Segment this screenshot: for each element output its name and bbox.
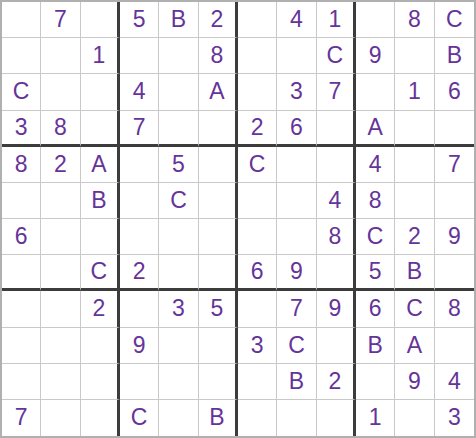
cell-r12c6[interactable]: B xyxy=(199,400,238,436)
cell-r9c1[interactable] xyxy=(2,291,41,327)
cell-r6c3[interactable]: B xyxy=(81,183,120,219)
cell-r3c8[interactable]: 3 xyxy=(277,74,316,110)
cell-r2c10[interactable]: 9 xyxy=(356,38,395,74)
cell-r6c1[interactable] xyxy=(2,183,41,219)
cell-r3c7[interactable] xyxy=(238,74,277,110)
cell-r2c2[interactable] xyxy=(41,38,80,74)
cell-r9c2[interactable] xyxy=(41,291,80,327)
cell-r9c6[interactable]: 5 xyxy=(199,291,238,327)
cell-r12c5[interactable] xyxy=(159,400,198,436)
cell-r8c6[interactable] xyxy=(199,255,238,291)
cell-r9c3[interactable]: 2 xyxy=(81,291,120,327)
cell-r1c9[interactable]: 1 xyxy=(317,2,356,38)
cell-r12c10[interactable]: 1 xyxy=(356,400,395,436)
cell-r2c4[interactable] xyxy=(120,38,159,74)
cell-r4c5[interactable] xyxy=(159,111,198,147)
cell-r2c1[interactable] xyxy=(2,38,41,74)
cell-r4c6[interactable] xyxy=(199,111,238,147)
cell-r4c7[interactable]: 2 xyxy=(238,111,277,147)
cell-r6c5[interactable]: C xyxy=(159,183,198,219)
cell-r4c8[interactable]: 6 xyxy=(277,111,316,147)
cell-r7c1[interactable]: 6 xyxy=(2,219,41,255)
cell-r9c11[interactable]: C xyxy=(395,291,434,327)
cell-r10c6[interactable] xyxy=(199,328,238,364)
cell-r11c8[interactable]: B xyxy=(277,364,316,400)
cell-r3c1[interactable]: C xyxy=(2,74,41,110)
cell-r11c1[interactable] xyxy=(2,364,41,400)
cell-r5c11[interactable] xyxy=(395,147,434,183)
cell-r8c9[interactable] xyxy=(317,255,356,291)
cell-r6c9[interactable]: 4 xyxy=(317,183,356,219)
cell-r7c10[interactable]: C xyxy=(356,219,395,255)
cell-r6c2[interactable] xyxy=(41,183,80,219)
cell-r8c4[interactable]: 2 xyxy=(120,255,159,291)
cell-r3c3[interactable] xyxy=(81,74,120,110)
cell-r1c6[interactable]: 2 xyxy=(199,2,238,38)
cell-r10c1[interactable] xyxy=(2,328,41,364)
cell-r6c6[interactable] xyxy=(199,183,238,219)
cell-r2c3[interactable]: 1 xyxy=(81,38,120,74)
cell-r11c2[interactable] xyxy=(41,364,80,400)
cell-r4c2[interactable]: 8 xyxy=(41,111,80,147)
cell-r2c11[interactable] xyxy=(395,38,434,74)
cell-r2c6[interactable]: 8 xyxy=(199,38,238,74)
cell-r11c12[interactable]: 4 xyxy=(435,364,474,400)
cell-r5c7[interactable]: C xyxy=(238,147,277,183)
cell-r8c1[interactable] xyxy=(2,255,41,291)
cell-r12c4[interactable]: C xyxy=(120,400,159,436)
cell-r7c6[interactable] xyxy=(199,219,238,255)
cell-r6c10[interactable]: 8 xyxy=(356,183,395,219)
cell-r10c11[interactable]: A xyxy=(395,328,434,364)
cell-r11c4[interactable] xyxy=(120,364,159,400)
cell-r2c8[interactable] xyxy=(277,38,316,74)
cell-r11c5[interactable] xyxy=(159,364,198,400)
cell-r10c2[interactable] xyxy=(41,328,80,364)
cell-r2c9[interactable]: C xyxy=(317,38,356,74)
cell-r1c2[interactable]: 7 xyxy=(41,2,80,38)
cell-r1c12[interactable]: C xyxy=(435,2,474,38)
cell-r12c11[interactable] xyxy=(395,400,434,436)
cell-r9c12[interactable]: 8 xyxy=(435,291,474,327)
cell-r7c4[interactable] xyxy=(120,219,159,255)
cell-r8c2[interactable] xyxy=(41,255,80,291)
cell-r5c4[interactable] xyxy=(120,147,159,183)
cell-r8c12[interactable] xyxy=(435,255,474,291)
cell-r11c6[interactable] xyxy=(199,364,238,400)
cell-r10c7[interactable]: 3 xyxy=(238,328,277,364)
cell-r4c12[interactable] xyxy=(435,111,474,147)
cell-r4c11[interactable] xyxy=(395,111,434,147)
cell-r11c11[interactable]: 9 xyxy=(395,364,434,400)
cell-r5c3[interactable]: A xyxy=(81,147,120,183)
cell-r1c7[interactable] xyxy=(238,2,277,38)
cell-r4c9[interactable] xyxy=(317,111,356,147)
cell-r7c9[interactable]: 8 xyxy=(317,219,356,255)
cell-r2c7[interactable] xyxy=(238,38,277,74)
cell-r10c5[interactable] xyxy=(159,328,198,364)
cell-r8c3[interactable]: C xyxy=(81,255,120,291)
cell-r8c8[interactable]: 9 xyxy=(277,255,316,291)
cell-r3c2[interactable] xyxy=(41,74,80,110)
cell-r10c8[interactable]: C xyxy=(277,328,316,364)
cell-r3c11[interactable]: 1 xyxy=(395,74,434,110)
cell-r9c8[interactable]: 7 xyxy=(277,291,316,327)
cell-r7c11[interactable]: 2 xyxy=(395,219,434,255)
cell-r11c7[interactable] xyxy=(238,364,277,400)
cell-r9c4[interactable] xyxy=(120,291,159,327)
cell-r6c12[interactable] xyxy=(435,183,474,219)
cell-r5c1[interactable]: 8 xyxy=(2,147,41,183)
cell-r12c2[interactable] xyxy=(41,400,80,436)
cell-r5c9[interactable] xyxy=(317,147,356,183)
cell-r3c4[interactable]: 4 xyxy=(120,74,159,110)
cell-r6c4[interactable] xyxy=(120,183,159,219)
cell-r12c8[interactable] xyxy=(277,400,316,436)
cell-r9c10[interactable]: 6 xyxy=(356,291,395,327)
cell-r4c3[interactable] xyxy=(81,111,120,147)
cell-r5c2[interactable]: 2 xyxy=(41,147,80,183)
cell-r6c11[interactable] xyxy=(395,183,434,219)
cell-r5c6[interactable] xyxy=(199,147,238,183)
cell-r10c10[interactable]: B xyxy=(356,328,395,364)
cell-r12c7[interactable] xyxy=(238,400,277,436)
cell-r1c3[interactable] xyxy=(81,2,120,38)
cell-r10c12[interactable] xyxy=(435,328,474,364)
cell-r5c10[interactable]: 4 xyxy=(356,147,395,183)
cell-r12c9[interactable] xyxy=(317,400,356,436)
cell-r1c1[interactable] xyxy=(2,2,41,38)
cell-r1c10[interactable] xyxy=(356,2,395,38)
cell-r4c10[interactable]: A xyxy=(356,111,395,147)
cell-r4c1[interactable]: 3 xyxy=(2,111,41,147)
cell-r7c2[interactable] xyxy=(41,219,80,255)
cell-r11c10[interactable] xyxy=(356,364,395,400)
cell-r7c3[interactable] xyxy=(81,219,120,255)
cell-r9c7[interactable] xyxy=(238,291,277,327)
cell-r2c5[interactable] xyxy=(159,38,198,74)
cell-r12c1[interactable]: 7 xyxy=(2,400,41,436)
cell-r4c4[interactable]: 7 xyxy=(120,111,159,147)
cell-r3c5[interactable] xyxy=(159,74,198,110)
cell-r10c3[interactable] xyxy=(81,328,120,364)
cell-r1c11[interactable]: 8 xyxy=(395,2,434,38)
cell-r3c6[interactable]: A xyxy=(199,74,238,110)
cell-r7c8[interactable] xyxy=(277,219,316,255)
cell-r1c8[interactable]: 4 xyxy=(277,2,316,38)
cell-r8c11[interactable]: B xyxy=(395,255,434,291)
cell-r7c12[interactable]: 9 xyxy=(435,219,474,255)
cell-r9c9[interactable]: 9 xyxy=(317,291,356,327)
cell-r5c12[interactable]: 7 xyxy=(435,147,474,183)
cell-r6c8[interactable] xyxy=(277,183,316,219)
cell-r10c9[interactable] xyxy=(317,328,356,364)
cell-r8c7[interactable]: 6 xyxy=(238,255,277,291)
cell-r11c9[interactable]: 2 xyxy=(317,364,356,400)
cell-r2c12[interactable]: B xyxy=(435,38,474,74)
cell-r8c5[interactable] xyxy=(159,255,198,291)
cell-r5c8[interactable] xyxy=(277,147,316,183)
cell-r12c12[interactable]: 3 xyxy=(435,400,474,436)
cell-r3c12[interactable]: 6 xyxy=(435,74,474,110)
cell-r8c10[interactable]: 5 xyxy=(356,255,395,291)
cell-r3c10[interactable] xyxy=(356,74,395,110)
cell-r1c4[interactable]: 5 xyxy=(120,2,159,38)
cell-r1c5[interactable]: B xyxy=(159,2,198,38)
cell-r12c3[interactable] xyxy=(81,400,120,436)
cell-r9c5[interactable]: 3 xyxy=(159,291,198,327)
cell-r3c9[interactable]: 7 xyxy=(317,74,356,110)
cell-r7c7[interactable] xyxy=(238,219,277,255)
cell-r10c4[interactable]: 9 xyxy=(120,328,159,364)
cell-r11c3[interactable] xyxy=(81,364,120,400)
cell-r7c5[interactable] xyxy=(159,219,198,255)
sudoku-board: 75B2418C18C9BC4A371638726A82A5C47BC4868C… xyxy=(0,0,476,438)
cell-r6c7[interactable] xyxy=(238,183,277,219)
cell-r5c5[interactable]: 5 xyxy=(159,147,198,183)
